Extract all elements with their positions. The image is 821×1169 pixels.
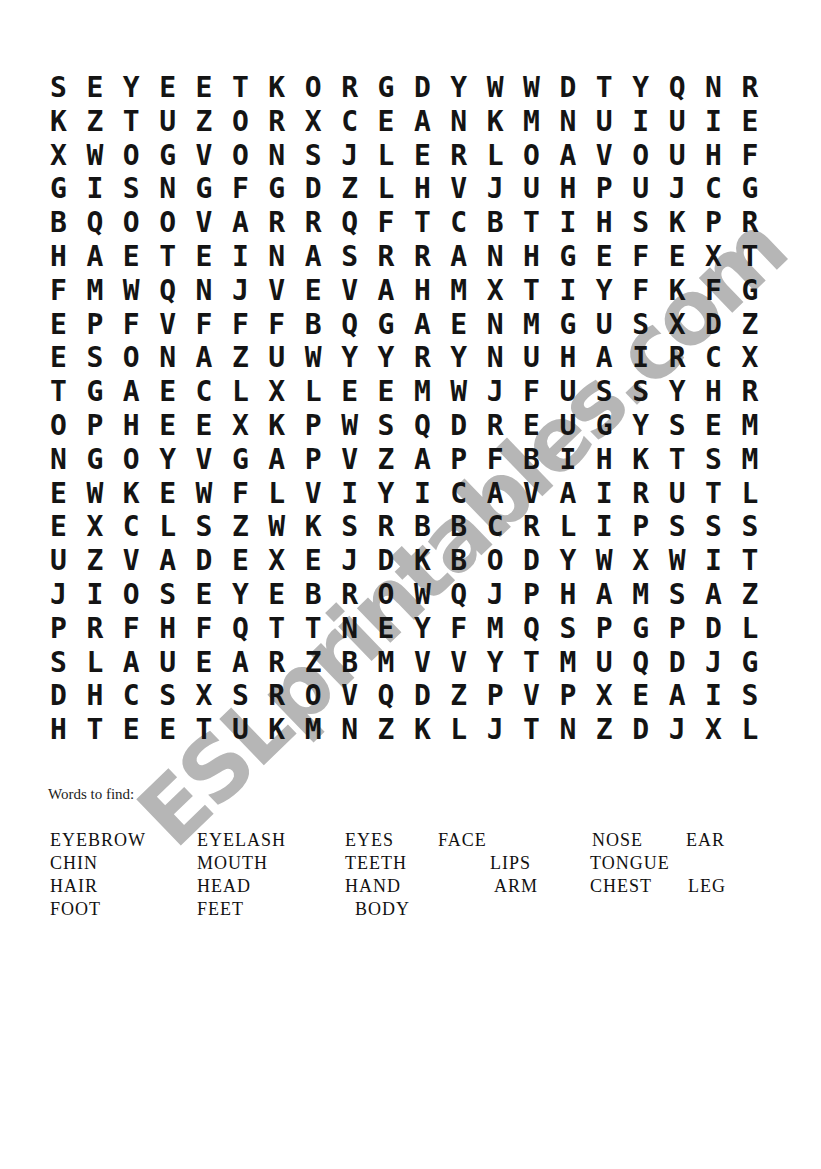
grid-cell-r19c20[interactable]: S (741, 679, 777, 713)
grid-cell-r20c7[interactable]: K (268, 713, 304, 747)
grid-cell-r1c9[interactable]: R (341, 71, 377, 105)
grid-cell-r9c9[interactable]: Y (341, 341, 377, 375)
grid-cell-r1c3[interactable]: Y (123, 71, 159, 105)
grid-cell-r8c6[interactable]: F (232, 308, 268, 342)
grid-cell-r5c7[interactable]: R (268, 206, 304, 240)
grid-cell-r18c2[interactable]: L (86, 646, 122, 680)
grid-cell-r10c8[interactable]: L (305, 375, 341, 409)
grid-cell-r14c19[interactable]: S (705, 510, 741, 544)
grid-cell-r1c4[interactable]: E (159, 71, 195, 105)
grid-cell-r5c5[interactable]: V (196, 206, 232, 240)
grid-cell-r11c9[interactable]: W (341, 409, 377, 443)
grid-cell-r20c13[interactable]: J (487, 713, 523, 747)
grid-cell-r9c13[interactable]: N (487, 341, 523, 375)
grid-cell-r6c4[interactable]: T (159, 240, 195, 274)
grid-cell-r16c18[interactable]: S (669, 578, 705, 612)
grid-cell-r12c13[interactable]: F (487, 443, 523, 477)
grid-cell-r2c20[interactable]: E (741, 105, 777, 139)
grid-cell-r11c12[interactable]: D (450, 409, 486, 443)
grid-cell-r2c11[interactable]: A (414, 105, 450, 139)
grid-cell-r16c1[interactable]: J (50, 578, 86, 612)
grid-cell-r8c15[interactable]: G (559, 308, 595, 342)
grid-cell-r15c7[interactable]: X (268, 544, 304, 578)
grid-cell-r13c16[interactable]: I (596, 477, 632, 511)
grid-cell-r7c17[interactable]: F (632, 274, 668, 308)
grid-cell-r16c10[interactable]: O (378, 578, 414, 612)
grid-cell-r8c18[interactable]: X (669, 308, 705, 342)
grid-cell-r16c4[interactable]: S (159, 578, 195, 612)
grid-cell-r15c3[interactable]: V (123, 544, 159, 578)
grid-cell-r19c17[interactable]: E (632, 679, 668, 713)
grid-cell-r7c18[interactable]: K (669, 274, 705, 308)
grid-cell-r11c13[interactable]: R (487, 409, 523, 443)
grid-cell-r5c18[interactable]: K (669, 206, 705, 240)
grid-cell-r7c13[interactable]: X (487, 274, 523, 308)
grid-cell-r16c9[interactable]: R (341, 578, 377, 612)
grid-cell-r4c11[interactable]: H (414, 172, 450, 206)
grid-cell-r13c12[interactable]: C (450, 477, 486, 511)
grid-cell-r10c7[interactable]: X (268, 375, 304, 409)
grid-cell-r19c19[interactable]: I (705, 679, 741, 713)
grid-cell-r11c20[interactable]: M (741, 409, 777, 443)
grid-cell-r12c8[interactable]: P (305, 443, 341, 477)
grid-cell-r2c5[interactable]: Z (196, 105, 232, 139)
grid-cell-r7c11[interactable]: H (414, 274, 450, 308)
grid-cell-r20c3[interactable]: E (123, 713, 159, 747)
grid-cell-r5c12[interactable]: C (450, 206, 486, 240)
grid-cell-r19c4[interactable]: S (159, 679, 195, 713)
grid-cell-r13c20[interactable]: L (741, 477, 777, 511)
grid-cell-r15c12[interactable]: B (450, 544, 486, 578)
grid-cell-r19c8[interactable]: O (305, 679, 341, 713)
grid-cell-r17c3[interactable]: F (123, 612, 159, 646)
grid-cell-r9c4[interactable]: N (159, 341, 195, 375)
grid-cell-r14c17[interactable]: P (632, 510, 668, 544)
grid-cell-r11c16[interactable]: G (596, 409, 632, 443)
grid-cell-r15c15[interactable]: Y (559, 544, 595, 578)
grid-cell-r2c9[interactable]: C (341, 105, 377, 139)
grid-cell-r8c17[interactable]: S (632, 308, 668, 342)
grid-cell-r9c15[interactable]: H (559, 341, 595, 375)
grid-cell-r7c12[interactable]: M (450, 274, 486, 308)
grid-cell-r14c7[interactable]: W (268, 510, 304, 544)
grid-cell-r14c8[interactable]: K (305, 510, 341, 544)
grid-cell-r8c14[interactable]: M (523, 308, 559, 342)
grid-cell-r3c15[interactable]: A (559, 139, 595, 173)
grid-cell-r8c4[interactable]: V (159, 308, 195, 342)
grid-cell-r10c10[interactable]: E (378, 375, 414, 409)
grid-cell-r1c8[interactable]: O (305, 71, 341, 105)
grid-cell-r4c8[interactable]: D (305, 172, 341, 206)
grid-cell-r4c13[interactable]: J (487, 172, 523, 206)
grid-cell-r13c15[interactable]: A (559, 477, 595, 511)
grid-cell-r19c14[interactable]: V (523, 679, 559, 713)
grid-cell-r16c3[interactable]: O (123, 578, 159, 612)
grid-cell-r10c5[interactable]: C (196, 375, 232, 409)
grid-cell-r16c13[interactable]: J (487, 578, 523, 612)
grid-cell-r6c5[interactable]: E (196, 240, 232, 274)
grid-cell-r14c14[interactable]: R (523, 510, 559, 544)
grid-cell-r10c15[interactable]: U (559, 375, 595, 409)
grid-cell-r12c20[interactable]: M (741, 443, 777, 477)
grid-cell-r7c2[interactable]: M (86, 274, 122, 308)
grid-cell-r15c17[interactable]: X (632, 544, 668, 578)
grid-cell-r13c5[interactable]: W (196, 477, 232, 511)
grid-cell-r10c13[interactable]: J (487, 375, 523, 409)
grid-cell-r15c13[interactable]: O (487, 544, 523, 578)
grid-cell-r8c12[interactable]: E (450, 308, 486, 342)
grid-cell-r13c7[interactable]: L (268, 477, 304, 511)
grid-cell-r7c16[interactable]: Y (596, 274, 632, 308)
grid-cell-r8c16[interactable]: U (596, 308, 632, 342)
grid-cell-r19c12[interactable]: Z (450, 679, 486, 713)
grid-cell-r2c15[interactable]: N (559, 105, 595, 139)
grid-cell-r20c4[interactable]: E (159, 713, 195, 747)
grid-cell-r20c5[interactable]: T (196, 713, 232, 747)
grid-cell-r10c18[interactable]: Y (669, 375, 705, 409)
grid-cell-r1c14[interactable]: W (523, 71, 559, 105)
grid-cell-r20c14[interactable]: T (523, 713, 559, 747)
grid-cell-r4c1[interactable]: G (50, 172, 86, 206)
grid-cell-r9c16[interactable]: A (596, 341, 632, 375)
grid-cell-r10c20[interactable]: R (741, 375, 777, 409)
grid-cell-r9c5[interactable]: A (196, 341, 232, 375)
grid-cell-r1c10[interactable]: G (378, 71, 414, 105)
grid-cell-r18c9[interactable]: B (341, 646, 377, 680)
grid-cell-r6c6[interactable]: I (232, 240, 268, 274)
grid-cell-r9c8[interactable]: W (305, 341, 341, 375)
grid-cell-r2c2[interactable]: Z (86, 105, 122, 139)
grid-cell-r5c13[interactable]: B (487, 206, 523, 240)
grid-cell-r4c5[interactable]: G (196, 172, 232, 206)
grid-cell-r4c6[interactable]: F (232, 172, 268, 206)
grid-cell-r10c16[interactable]: S (596, 375, 632, 409)
grid-cell-r13c3[interactable]: K (123, 477, 159, 511)
grid-cell-r20c2[interactable]: T (86, 713, 122, 747)
grid-cell-r5c2[interactable]: Q (86, 206, 122, 240)
grid-cell-r11c11[interactable]: Q (414, 409, 450, 443)
grid-cell-r4c9[interactable]: Z (341, 172, 377, 206)
grid-cell-r13c9[interactable]: I (341, 477, 377, 511)
grid-cell-r8c11[interactable]: A (414, 308, 450, 342)
grid-cell-r19c11[interactable]: D (414, 679, 450, 713)
grid-cell-r13c19[interactable]: T (705, 477, 741, 511)
grid-cell-r6c8[interactable]: A (305, 240, 341, 274)
grid-cell-r18c5[interactable]: E (196, 646, 232, 680)
grid-cell-r13c10[interactable]: Y (378, 477, 414, 511)
grid-cell-r10c14[interactable]: F (523, 375, 559, 409)
grid-cell-r7c9[interactable]: V (341, 274, 377, 308)
grid-cell-r16c12[interactable]: Q (450, 578, 486, 612)
grid-cell-r19c5[interactable]: X (196, 679, 232, 713)
grid-cell-r1c1[interactable]: S (50, 71, 86, 105)
grid-cell-r5c9[interactable]: Q (341, 206, 377, 240)
grid-cell-r13c17[interactable]: R (632, 477, 668, 511)
grid-cell-r17c1[interactable]: P (50, 612, 86, 646)
grid-cell-r15c5[interactable]: D (196, 544, 232, 578)
grid-cell-r19c6[interactable]: S (232, 679, 268, 713)
grid-cell-r13c11[interactable]: I (414, 477, 450, 511)
grid-cell-r5c19[interactable]: P (705, 206, 741, 240)
grid-cell-r16c8[interactable]: B (305, 578, 341, 612)
grid-cell-r3c8[interactable]: S (305, 139, 341, 173)
grid-cell-r12c9[interactable]: V (341, 443, 377, 477)
grid-cell-r14c13[interactable]: C (487, 510, 523, 544)
grid-cell-r6c11[interactable]: R (414, 240, 450, 274)
grid-cell-r1c17[interactable]: Y (632, 71, 668, 105)
grid-cell-r3c13[interactable]: L (487, 139, 523, 173)
grid-cell-r20c10[interactable]: Z (378, 713, 414, 747)
grid-cell-r7c3[interactable]: W (123, 274, 159, 308)
grid-cell-r7c10[interactable]: A (378, 274, 414, 308)
grid-cell-r8c7[interactable]: F (268, 308, 304, 342)
grid-cell-r4c3[interactable]: S (123, 172, 159, 206)
grid-cell-r16c15[interactable]: H (559, 578, 595, 612)
grid-cell-r2c12[interactable]: N (450, 105, 486, 139)
grid-cell-r12c14[interactable]: B (523, 443, 559, 477)
grid-cell-r1c13[interactable]: W (487, 71, 523, 105)
grid-cell-r13c8[interactable]: V (305, 477, 341, 511)
grid-cell-r8c2[interactable]: P (86, 308, 122, 342)
grid-cell-r1c11[interactable]: D (414, 71, 450, 105)
grid-cell-r14c18[interactable]: S (669, 510, 705, 544)
grid-cell-r14c15[interactable]: L (559, 510, 595, 544)
grid-cell-r6c10[interactable]: R (378, 240, 414, 274)
grid-cell-r5c20[interactable]: R (741, 206, 777, 240)
grid-cell-r19c7[interactable]: R (268, 679, 304, 713)
grid-cell-r3c18[interactable]: U (669, 139, 705, 173)
grid-cell-r5c17[interactable]: S (632, 206, 668, 240)
grid-cell-r9c2[interactable]: S (86, 341, 122, 375)
grid-cell-r20c11[interactable]: K (414, 713, 450, 747)
grid-cell-r20c15[interactable]: N (559, 713, 595, 747)
grid-cell-r6c19[interactable]: X (705, 240, 741, 274)
grid-cell-r4c4[interactable]: N (159, 172, 195, 206)
grid-cell-r14c5[interactable]: S (196, 510, 232, 544)
grid-cell-r16c20[interactable]: Z (741, 578, 777, 612)
grid-cell-r3c7[interactable]: N (268, 139, 304, 173)
grid-cell-r5c11[interactable]: T (414, 206, 450, 240)
grid-cell-r3c12[interactable]: R (450, 139, 486, 173)
grid-cell-r3c10[interactable]: L (378, 139, 414, 173)
grid-cell-r12c17[interactable]: K (632, 443, 668, 477)
grid-cell-r1c12[interactable]: Y (450, 71, 486, 105)
grid-cell-r10c17[interactable]: S (632, 375, 668, 409)
grid-cell-r11c1[interactable]: O (50, 409, 86, 443)
grid-cell-r16c19[interactable]: A (705, 578, 741, 612)
grid-cell-r7c15[interactable]: I (559, 274, 595, 308)
grid-cell-r15c18[interactable]: W (669, 544, 705, 578)
grid-cell-r10c2[interactable]: G (86, 375, 122, 409)
grid-cell-r4c18[interactable]: J (669, 172, 705, 206)
grid-cell-r3c6[interactable]: O (232, 139, 268, 173)
grid-cell-r20c18[interactable]: J (669, 713, 705, 747)
grid-cell-r18c7[interactable]: R (268, 646, 304, 680)
grid-cell-r16c6[interactable]: Y (232, 578, 268, 612)
grid-cell-r2c3[interactable]: T (123, 105, 159, 139)
grid-cell-r17c12[interactable]: F (450, 612, 486, 646)
grid-cell-r16c11[interactable]: W (414, 578, 450, 612)
grid-cell-r17c7[interactable]: T (268, 612, 304, 646)
grid-cell-r17c6[interactable]: Q (232, 612, 268, 646)
grid-cell-r8c1[interactable]: E (50, 308, 86, 342)
grid-cell-r10c12[interactable]: W (450, 375, 486, 409)
grid-cell-r18c13[interactable]: Y (487, 646, 523, 680)
grid-cell-r2c18[interactable]: U (669, 105, 705, 139)
grid-cell-r4c17[interactable]: U (632, 172, 668, 206)
grid-cell-r3c20[interactable]: F (741, 139, 777, 173)
grid-cell-r11c5[interactable]: E (196, 409, 232, 443)
grid-cell-r18c17[interactable]: Q (632, 646, 668, 680)
grid-cell-r13c14[interactable]: V (523, 477, 559, 511)
grid-cell-r19c18[interactable]: A (669, 679, 705, 713)
grid-cell-r6c2[interactable]: A (86, 240, 122, 274)
grid-cell-r5c15[interactable]: I (559, 206, 595, 240)
grid-cell-r12c16[interactable]: H (596, 443, 632, 477)
grid-cell-r20c16[interactable]: Z (596, 713, 632, 747)
grid-cell-r9c7[interactable]: U (268, 341, 304, 375)
grid-cell-r15c6[interactable]: E (232, 544, 268, 578)
grid-cell-r11c4[interactable]: E (159, 409, 195, 443)
grid-cell-r7c8[interactable]: E (305, 274, 341, 308)
grid-cell-r20c6[interactable]: U (232, 713, 268, 747)
grid-cell-r4c16[interactable]: P (596, 172, 632, 206)
grid-cell-r19c10[interactable]: Q (378, 679, 414, 713)
grid-cell-r1c15[interactable]: D (559, 71, 595, 105)
grid-cell-r19c2[interactable]: H (86, 679, 122, 713)
grid-cell-r19c3[interactable]: C (123, 679, 159, 713)
grid-cell-r2c14[interactable]: M (523, 105, 559, 139)
grid-cell-r9c14[interactable]: U (523, 341, 559, 375)
grid-cell-r17c18[interactable]: P (669, 612, 705, 646)
grid-cell-r8c3[interactable]: F (123, 308, 159, 342)
grid-cell-r11c2[interactable]: P (86, 409, 122, 443)
grid-cell-r10c1[interactable]: T (50, 375, 86, 409)
grid-cell-r2c19[interactable]: I (705, 105, 741, 139)
grid-cell-r4c7[interactable]: G (268, 172, 304, 206)
grid-cell-r15c20[interactable]: T (741, 544, 777, 578)
grid-cell-r20c19[interactable]: X (705, 713, 741, 747)
grid-cell-r7c14[interactable]: T (523, 274, 559, 308)
grid-cell-r14c16[interactable]: I (596, 510, 632, 544)
grid-cell-r19c13[interactable]: P (487, 679, 523, 713)
grid-cell-r14c2[interactable]: X (86, 510, 122, 544)
grid-cell-r20c20[interactable]: L (741, 713, 777, 747)
grid-cell-r1c2[interactable]: E (86, 71, 122, 105)
grid-cell-r2c17[interactable]: I (632, 105, 668, 139)
grid-cell-r16c5[interactable]: E (196, 578, 232, 612)
grid-cell-r15c4[interactable]: A (159, 544, 195, 578)
grid-cell-r2c1[interactable]: K (50, 105, 86, 139)
grid-cell-r8c19[interactable]: D (705, 308, 741, 342)
grid-cell-r9c1[interactable]: E (50, 341, 86, 375)
grid-cell-r16c7[interactable]: E (268, 578, 304, 612)
grid-cell-r18c14[interactable]: T (523, 646, 559, 680)
grid-cell-r8c10[interactable]: G (378, 308, 414, 342)
grid-cell-r7c1[interactable]: F (50, 274, 86, 308)
grid-cell-r5c10[interactable]: F (378, 206, 414, 240)
grid-cell-r8c5[interactable]: F (196, 308, 232, 342)
grid-cell-r14c3[interactable]: C (123, 510, 159, 544)
grid-cell-r17c15[interactable]: S (559, 612, 595, 646)
grid-cell-r15c9[interactable]: J (341, 544, 377, 578)
grid-cell-r6c17[interactable]: F (632, 240, 668, 274)
grid-cell-r13c1[interactable]: E (50, 477, 86, 511)
grid-cell-r6c18[interactable]: E (669, 240, 705, 274)
grid-cell-r9c18[interactable]: R (669, 341, 705, 375)
grid-cell-r12c11[interactable]: A (414, 443, 450, 477)
grid-cell-r5c14[interactable]: T (523, 206, 559, 240)
grid-cell-r17c9[interactable]: N (341, 612, 377, 646)
grid-cell-r17c11[interactable]: Y (414, 612, 450, 646)
grid-cell-r3c2[interactable]: W (86, 139, 122, 173)
grid-cell-r12c19[interactable]: S (705, 443, 741, 477)
grid-cell-r11c18[interactable]: S (669, 409, 705, 443)
grid-cell-r3c3[interactable]: O (123, 139, 159, 173)
grid-cell-r15c2[interactable]: Z (86, 544, 122, 578)
grid-cell-r11c3[interactable]: H (123, 409, 159, 443)
grid-cell-r6c3[interactable]: E (123, 240, 159, 274)
grid-cell-r15c14[interactable]: D (523, 544, 559, 578)
grid-cell-r16c16[interactable]: A (596, 578, 632, 612)
grid-cell-r5c6[interactable]: A (232, 206, 268, 240)
grid-cell-r11c19[interactable]: E (705, 409, 741, 443)
grid-cell-r18c8[interactable]: Z (305, 646, 341, 680)
grid-cell-r8c13[interactable]: N (487, 308, 523, 342)
grid-cell-r2c7[interactable]: R (268, 105, 304, 139)
grid-cell-r6c14[interactable]: H (523, 240, 559, 274)
grid-cell-r9c10[interactable]: Y (378, 341, 414, 375)
grid-cell-r11c10[interactable]: S (378, 409, 414, 443)
grid-cell-r2c6[interactable]: O (232, 105, 268, 139)
grid-cell-r2c10[interactable]: E (378, 105, 414, 139)
grid-cell-r15c8[interactable]: E (305, 544, 341, 578)
grid-cell-r12c3[interactable]: O (123, 443, 159, 477)
grid-cell-r10c3[interactable]: A (123, 375, 159, 409)
grid-cell-r12c4[interactable]: Y (159, 443, 195, 477)
grid-cell-r14c9[interactable]: S (341, 510, 377, 544)
grid-cell-r18c10[interactable]: M (378, 646, 414, 680)
grid-cell-r3c19[interactable]: H (705, 139, 741, 173)
grid-cell-r3c14[interactable]: O (523, 139, 559, 173)
grid-cell-r20c17[interactable]: D (632, 713, 668, 747)
grid-cell-r16c2[interactable]: I (86, 578, 122, 612)
grid-cell-r1c7[interactable]: K (268, 71, 304, 105)
grid-cell-r7c7[interactable]: V (268, 274, 304, 308)
grid-cell-r19c15[interactable]: P (559, 679, 595, 713)
grid-cell-r14c1[interactable]: E (50, 510, 86, 544)
grid-cell-r17c2[interactable]: R (86, 612, 122, 646)
grid-cell-r15c1[interactable]: U (50, 544, 86, 578)
grid-cell-r11c6[interactable]: X (232, 409, 268, 443)
grid-cell-r8c8[interactable]: B (305, 308, 341, 342)
grid-cell-r5c3[interactable]: O (123, 206, 159, 240)
grid-cell-r16c14[interactable]: P (523, 578, 559, 612)
grid-cell-r11c8[interactable]: P (305, 409, 341, 443)
grid-cell-r5c16[interactable]: H (596, 206, 632, 240)
grid-cell-r3c17[interactable]: O (632, 139, 668, 173)
grid-cell-r18c11[interactable]: V (414, 646, 450, 680)
grid-cell-r1c19[interactable]: N (705, 71, 741, 105)
grid-cell-r1c20[interactable]: R (741, 71, 777, 105)
grid-cell-r12c12[interactable]: P (450, 443, 486, 477)
grid-cell-r10c6[interactable]: L (232, 375, 268, 409)
grid-cell-r6c13[interactable]: N (487, 240, 523, 274)
grid-cell-r7c5[interactable]: N (196, 274, 232, 308)
grid-cell-r20c1[interactable]: H (50, 713, 86, 747)
grid-cell-r1c5[interactable]: E (196, 71, 232, 105)
grid-cell-r10c4[interactable]: E (159, 375, 195, 409)
